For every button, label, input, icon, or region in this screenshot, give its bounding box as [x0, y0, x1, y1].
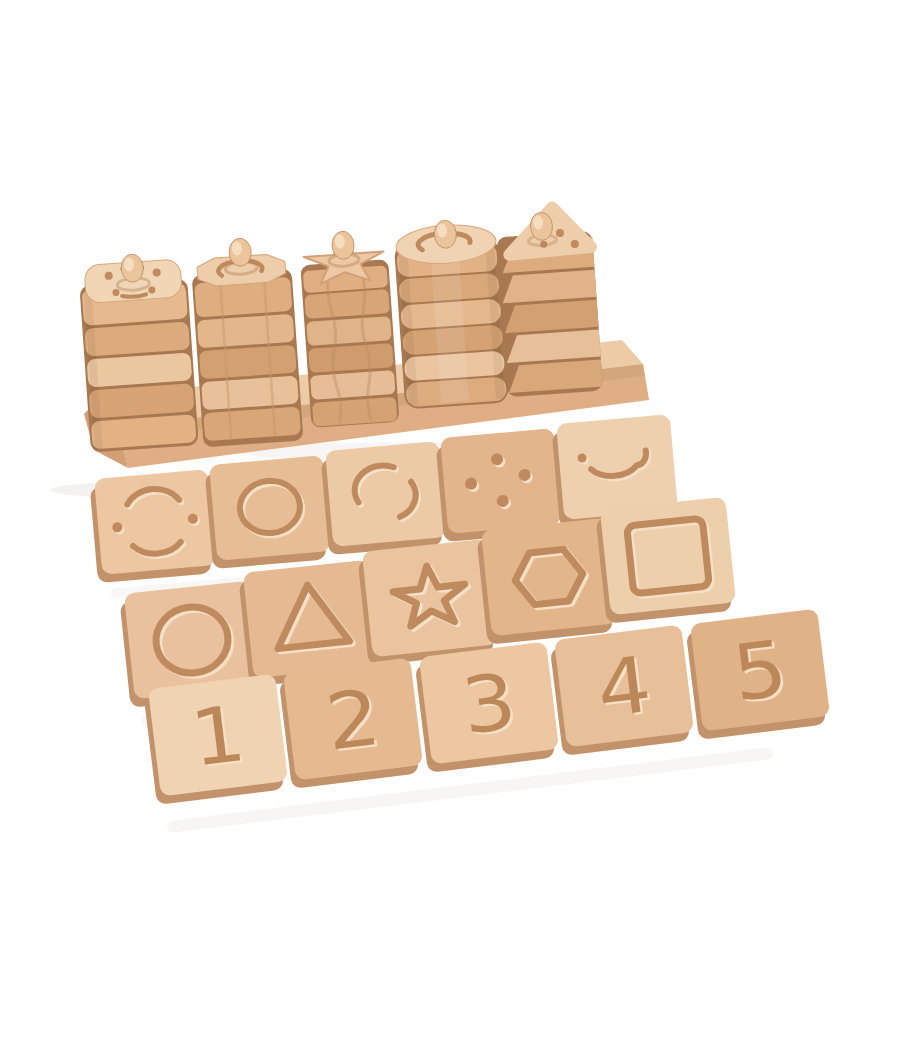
stack-circle[interactable]	[392, 217, 509, 410]
number-tile-1[interactable]: 1 1	[143, 674, 289, 805]
number-tile-3[interactable]: 3 3	[414, 642, 560, 773]
toy-illustration: 1 1 2 2 3 3 4 4	[0, 0, 900, 1050]
number-5-label: 5	[728, 623, 792, 719]
number-4-label: 4	[592, 639, 656, 735]
number-tile-4[interactable]: 4 4	[549, 625, 695, 756]
number-2-label: 2	[321, 672, 385, 768]
shape-tile-hexagon[interactable]	[476, 518, 618, 645]
pattern-tile-2[interactable]	[204, 455, 332, 569]
product-photo: 1 1 2 2 3 3 4 4	[0, 0, 900, 1050]
number-tile-5[interactable]: 5 5	[685, 609, 831, 740]
number-3-label: 3	[457, 656, 521, 752]
stack-star[interactable]	[298, 228, 399, 428]
shape-tile-star[interactable]	[357, 539, 499, 666]
number-tile-2[interactable]: 2 2	[278, 658, 424, 789]
stack-hexagon[interactable]	[189, 235, 303, 447]
pattern-tile-3[interactable]	[320, 441, 448, 555]
stack-square[interactable]	[77, 250, 198, 452]
shape-tile-square[interactable]	[595, 497, 737, 624]
stack-triangle[interactable]	[494, 205, 603, 397]
pattern-tile-1[interactable]	[89, 469, 217, 583]
number-1-label: 1	[186, 688, 250, 784]
